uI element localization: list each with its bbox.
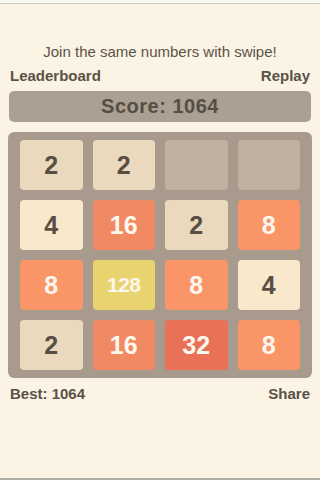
share-button[interactable]: Share — [268, 385, 310, 402]
tile-2-r4c1: 2 — [20, 320, 83, 370]
score-display: Score: 1064 — [9, 91, 311, 122]
empty-cell-r1c4 — [238, 140, 301, 190]
tile-32-r4c3: 32 — [165, 320, 228, 370]
tile-8-r4c4: 8 — [238, 320, 301, 370]
footer-row: Best: 1064 Share — [10, 385, 310, 401]
header-row: Leaderboard Replay — [10, 67, 310, 83]
tile-16-r4c2: 16 — [93, 320, 156, 370]
tile-4-r3c4: 4 — [238, 260, 301, 310]
best-score-label: Best: 1064 — [10, 385, 85, 402]
tile-2-r1c2: 2 — [93, 140, 156, 190]
tile-8-r3c1: 8 — [20, 260, 83, 310]
tile-2-r1c1: 2 — [20, 140, 83, 190]
game-board[interactable]: 2241628812884216328 — [8, 132, 312, 378]
tile-8-r2c4: 8 — [238, 200, 301, 250]
tile-128-r3c2: 128 — [93, 260, 156, 310]
empty-cell-r1c3 — [165, 140, 228, 190]
replay-button[interactable]: Replay — [261, 67, 310, 84]
tagline: Join the same numbers with swipe! — [0, 43, 320, 60]
tile-16-r2c2: 16 — [93, 200, 156, 250]
app-root: Join the same numbers with swipe! Leader… — [0, 0, 320, 480]
tile-2-r2c3: 2 — [165, 200, 228, 250]
tile-4-r2c1: 4 — [20, 200, 83, 250]
tile-8-r3c3: 8 — [165, 260, 228, 310]
leaderboard-button[interactable]: Leaderboard — [10, 67, 101, 84]
top-edge-line — [0, 0, 320, 4]
